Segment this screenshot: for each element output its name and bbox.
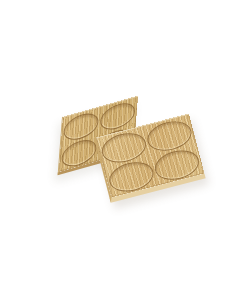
round-recess-front-r1c1: [99, 129, 150, 167]
round-recess-front-r2c2: [152, 146, 203, 184]
round-recess-back-r2c1: [61, 136, 97, 170]
product-photo: [0, 0, 250, 300]
round-recess-front-r2c1: [106, 158, 157, 196]
round-recess-front-r1c2: [144, 117, 195, 155]
